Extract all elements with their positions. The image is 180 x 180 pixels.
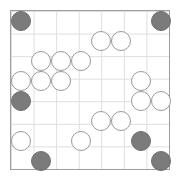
white-stone[interactable] (131, 91, 151, 111)
board-cell[interactable] (91, 131, 111, 151)
board-cell[interactable] (71, 51, 91, 71)
puzzle-page (0, 0, 180, 180)
gray-stone[interactable] (11, 91, 31, 111)
board-cell[interactable] (31, 71, 51, 91)
board-cell[interactable] (111, 31, 131, 51)
board-cell[interactable] (91, 31, 111, 51)
board-cell[interactable] (151, 71, 171, 91)
board-cell[interactable] (71, 111, 91, 131)
white-stone[interactable] (111, 111, 131, 131)
gray-stone[interactable] (31, 151, 51, 171)
board-cell[interactable] (51, 131, 71, 151)
board-cell[interactable] (151, 11, 171, 31)
board-cell[interactable] (51, 11, 71, 31)
board-cell[interactable] (71, 11, 91, 31)
white-stone[interactable] (111, 31, 131, 51)
gray-stone[interactable] (11, 11, 31, 31)
white-stone[interactable] (91, 31, 111, 51)
board-cell[interactable] (71, 131, 91, 151)
board-cell[interactable] (111, 151, 131, 171)
board-cell[interactable] (51, 51, 71, 71)
board-cell[interactable] (91, 111, 111, 131)
board-cell[interactable] (91, 71, 111, 91)
board-cell[interactable] (151, 91, 171, 111)
board-cell[interactable] (111, 71, 131, 91)
board-cell[interactable] (91, 51, 111, 71)
board-cell[interactable] (31, 31, 51, 51)
board-cell[interactable] (131, 131, 151, 151)
board-cell[interactable] (31, 11, 51, 31)
white-stone[interactable] (151, 91, 171, 111)
white-stone[interactable] (11, 131, 31, 151)
board-cell[interactable] (131, 91, 151, 111)
white-stone[interactable] (31, 51, 51, 71)
board-cell[interactable] (31, 91, 51, 111)
white-stone[interactable] (51, 71, 71, 91)
white-stone[interactable] (71, 51, 91, 71)
board-cell[interactable] (151, 31, 171, 51)
board-cell[interactable] (31, 111, 51, 131)
board-cell[interactable] (51, 91, 71, 111)
board-cell[interactable] (111, 131, 131, 151)
white-stone[interactable] (11, 71, 31, 91)
board-cell[interactable] (131, 71, 151, 91)
board-cell-grid (11, 11, 169, 169)
game-board (10, 10, 170, 170)
board-cell[interactable] (11, 151, 31, 171)
board-cell[interactable] (131, 31, 151, 51)
board-cell[interactable] (131, 51, 151, 71)
board-cell[interactable] (31, 51, 51, 71)
board-cell[interactable] (11, 131, 31, 151)
board-cell[interactable] (51, 111, 71, 131)
white-stone[interactable] (91, 111, 111, 131)
board-cell[interactable] (11, 11, 31, 31)
board-cell[interactable] (11, 71, 31, 91)
board-cell[interactable] (111, 51, 131, 71)
board-cell[interactable] (151, 151, 171, 171)
board-cell[interactable] (151, 131, 171, 151)
board-cell[interactable] (91, 11, 111, 31)
board-cell[interactable] (131, 151, 151, 171)
white-stone[interactable] (51, 51, 71, 71)
board-cell[interactable] (91, 151, 111, 171)
board-cell[interactable] (51, 31, 71, 51)
board-cell[interactable] (31, 151, 51, 171)
board-cell[interactable] (11, 31, 31, 51)
board-cell[interactable] (71, 91, 91, 111)
board-cell[interactable] (151, 111, 171, 131)
board-cell[interactable] (51, 151, 71, 171)
gray-stone[interactable] (151, 151, 171, 171)
white-stone[interactable] (131, 71, 151, 91)
board-cell[interactable] (11, 91, 31, 111)
white-stone[interactable] (31, 71, 51, 91)
board-cell[interactable] (71, 31, 91, 51)
board-cell[interactable] (111, 111, 131, 131)
board-cell[interactable] (31, 131, 51, 151)
board-cell[interactable] (131, 11, 151, 31)
board-cell[interactable] (111, 91, 131, 111)
board-cell[interactable] (71, 151, 91, 171)
gray-stone[interactable] (131, 131, 151, 151)
white-stone[interactable] (71, 131, 91, 151)
board-cell[interactable] (11, 51, 31, 71)
board-cell[interactable] (71, 71, 91, 91)
board-cell[interactable] (11, 111, 31, 131)
board-cell[interactable] (91, 91, 111, 111)
board-cell[interactable] (151, 51, 171, 71)
board-cell[interactable] (131, 111, 151, 131)
board-cell[interactable] (111, 11, 131, 31)
board-cell[interactable] (51, 71, 71, 91)
gray-stone[interactable] (151, 11, 171, 31)
